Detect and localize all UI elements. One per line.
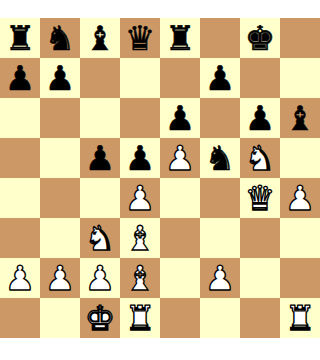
black-pawn[interactable]: ♟	[5, 58, 35, 98]
square-d6[interactable]	[120, 98, 160, 138]
square-d8[interactable]: ♛	[120, 18, 160, 58]
square-d2[interactable]: ♝	[120, 258, 160, 298]
black-pawn[interactable]: ♟	[125, 138, 155, 178]
square-c5[interactable]: ♟	[80, 138, 120, 178]
square-g6[interactable]: ♟	[240, 98, 280, 138]
square-g1[interactable]	[240, 298, 280, 338]
square-a7[interactable]: ♟	[0, 58, 40, 98]
square-c1[interactable]: ♚	[80, 298, 120, 338]
white-pawn[interactable]: ♟	[45, 258, 75, 298]
square-f2[interactable]: ♟	[200, 258, 240, 298]
white-pawn[interactable]: ♟	[85, 258, 115, 298]
title-bar: Arasan2.86	[0, 0, 320, 18]
square-h5[interactable]	[280, 138, 320, 178]
white-pawn[interactable]: ♟	[125, 178, 155, 218]
black-pawn[interactable]: ♟	[205, 58, 235, 98]
square-e1[interactable]	[160, 298, 200, 338]
square-b3[interactable]	[40, 218, 80, 258]
square-a6[interactable]	[0, 98, 40, 138]
square-b1[interactable]	[40, 298, 80, 338]
black-knight[interactable]: ♞	[45, 18, 75, 58]
square-g2[interactable]	[240, 258, 280, 298]
square-a5[interactable]	[0, 138, 40, 178]
white-pawn[interactable]: ♟	[165, 138, 195, 178]
square-g5[interactable]: ♞	[240, 138, 280, 178]
square-e8[interactable]: ♜	[160, 18, 200, 58]
square-d5[interactable]: ♟	[120, 138, 160, 178]
white-rook[interactable]: ♜	[285, 298, 315, 338]
square-d4[interactable]: ♟	[120, 178, 160, 218]
square-c4[interactable]	[80, 178, 120, 218]
square-c6[interactable]	[80, 98, 120, 138]
square-f6[interactable]	[200, 98, 240, 138]
white-bishop[interactable]: ♝	[125, 258, 155, 298]
square-b6[interactable]	[40, 98, 80, 138]
square-f7[interactable]: ♟	[200, 58, 240, 98]
status-bar: 1. ?	[0, 338, 320, 360]
square-f3[interactable]	[200, 218, 240, 258]
square-h3[interactable]	[280, 218, 320, 258]
square-e7[interactable]	[160, 58, 200, 98]
white-bishop[interactable]: ♝	[125, 218, 155, 258]
chess-board[interactable]: ♜♞♝♛♜♚♟♟♟♟♟♝♟♟♟♞♞♟♛♟♞♝♟♟♟♝♟♚♜♜	[0, 18, 320, 338]
black-pawn[interactable]: ♟	[85, 138, 115, 178]
black-knight[interactable]: ♞	[205, 138, 235, 178]
black-rook[interactable]: ♜	[165, 18, 195, 58]
square-h4[interactable]: ♟	[280, 178, 320, 218]
square-a4[interactable]	[0, 178, 40, 218]
square-f1[interactable]	[200, 298, 240, 338]
white-pawn[interactable]: ♟	[205, 258, 235, 298]
square-h7[interactable]	[280, 58, 320, 98]
square-g8[interactable]: ♚	[240, 18, 280, 58]
black-king[interactable]: ♚	[245, 18, 275, 58]
square-b4[interactable]	[40, 178, 80, 218]
square-f5[interactable]: ♞	[200, 138, 240, 178]
white-king[interactable]: ♚	[85, 298, 115, 338]
square-b5[interactable]	[40, 138, 80, 178]
square-g4[interactable]: ♛	[240, 178, 280, 218]
white-queen[interactable]: ♛	[245, 178, 275, 218]
square-a8[interactable]: ♜	[0, 18, 40, 58]
square-h6[interactable]: ♝	[280, 98, 320, 138]
white-knight[interactable]: ♞	[245, 138, 275, 178]
square-h1[interactable]: ♜	[280, 298, 320, 338]
square-d7[interactable]	[120, 58, 160, 98]
square-g7[interactable]	[240, 58, 280, 98]
square-c3[interactable]: ♞	[80, 218, 120, 258]
black-bishop[interactable]: ♝	[285, 98, 315, 138]
black-rook[interactable]: ♜	[5, 18, 35, 58]
square-e5[interactable]: ♟	[160, 138, 200, 178]
square-f4[interactable]	[200, 178, 240, 218]
square-a3[interactable]	[0, 218, 40, 258]
white-pawn[interactable]: ♟	[285, 178, 315, 218]
white-rook[interactable]: ♜	[125, 298, 155, 338]
square-b8[interactable]: ♞	[40, 18, 80, 58]
square-g3[interactable]	[240, 218, 280, 258]
square-b7[interactable]: ♟	[40, 58, 80, 98]
square-a2[interactable]: ♟	[0, 258, 40, 298]
square-e3[interactable]	[160, 218, 200, 258]
square-d3[interactable]: ♝	[120, 218, 160, 258]
black-queen[interactable]: ♛	[125, 18, 155, 58]
black-pawn[interactable]: ♟	[45, 58, 75, 98]
black-pawn[interactable]: ♟	[165, 98, 195, 138]
square-h8[interactable]	[280, 18, 320, 58]
white-pawn[interactable]: ♟	[5, 258, 35, 298]
square-c7[interactable]	[80, 58, 120, 98]
square-a1[interactable]	[0, 298, 40, 338]
square-f8[interactable]	[200, 18, 240, 58]
black-pawn[interactable]: ♟	[245, 98, 275, 138]
square-e4[interactable]	[160, 178, 200, 218]
square-h2[interactable]	[280, 258, 320, 298]
square-d1[interactable]: ♜	[120, 298, 160, 338]
square-b2[interactable]: ♟	[40, 258, 80, 298]
square-c2[interactable]: ♟	[80, 258, 120, 298]
square-c8[interactable]: ♝	[80, 18, 120, 58]
square-e2[interactable]	[160, 258, 200, 298]
white-knight[interactable]: ♞	[85, 218, 115, 258]
square-e6[interactable]: ♟	[160, 98, 200, 138]
black-bishop[interactable]: ♝	[85, 18, 115, 58]
